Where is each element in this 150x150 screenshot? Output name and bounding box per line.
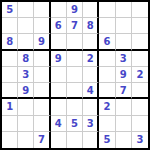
cell-r9c5[interactable]	[67, 132, 83, 148]
cell-r4c5[interactable]	[67, 51, 83, 67]
cell-r7c9[interactable]	[132, 99, 148, 115]
cell-r3c3[interactable]: 9	[34, 34, 50, 50]
cell-r5c8[interactable]: 9	[116, 67, 132, 83]
cell-r5c4[interactable]	[51, 67, 67, 83]
cell-r2c2[interactable]	[18, 18, 34, 34]
cell-r3c7[interactable]: 6	[99, 34, 115, 50]
cell-r7c3[interactable]	[34, 99, 50, 115]
cell-r9c1[interactable]	[2, 132, 18, 148]
cell-r6c1[interactable]	[2, 83, 18, 99]
cell-r9c2[interactable]	[18, 132, 34, 148]
cell-r5c3[interactable]	[34, 67, 50, 83]
cell-r5c6[interactable]	[83, 67, 99, 83]
cell-r8c7[interactable]	[99, 116, 115, 132]
cell-r2c8[interactable]	[116, 18, 132, 34]
cell-r9c7[interactable]: 5	[99, 132, 115, 148]
cell-r5c7[interactable]	[99, 67, 115, 83]
cell-r8c3[interactable]	[34, 116, 50, 132]
cell-r3c2[interactable]	[18, 34, 34, 50]
cell-r2c1[interactable]	[2, 18, 18, 34]
cell-r1c1[interactable]: 5	[2, 2, 18, 18]
cell-r1c2[interactable]	[18, 2, 34, 18]
cell-r7c4[interactable]	[51, 99, 67, 115]
cell-r8c6[interactable]: 3	[83, 116, 99, 132]
cell-r6c3[interactable]	[34, 83, 50, 99]
cell-r1c7[interactable]	[99, 2, 115, 18]
cell-r3c6[interactable]	[83, 34, 99, 50]
cell-r4c1[interactable]	[2, 51, 18, 67]
cell-r9c4[interactable]	[51, 132, 67, 148]
cell-r9c8[interactable]	[116, 132, 132, 148]
cell-r1c5[interactable]: 9	[67, 2, 83, 18]
cell-r1c8[interactable]	[116, 2, 132, 18]
cell-r4c9[interactable]	[132, 51, 148, 67]
cell-r4c6[interactable]: 2	[83, 51, 99, 67]
cell-r5c9[interactable]: 2	[132, 67, 148, 83]
cell-r8c5[interactable]: 5	[67, 116, 83, 132]
cell-r4c4[interactable]: 9	[51, 51, 67, 67]
cell-r3c8[interactable]	[116, 34, 132, 50]
cell-r6c7[interactable]	[99, 83, 115, 99]
cell-r3c4[interactable]	[51, 34, 67, 50]
cell-r8c8[interactable]	[116, 116, 132, 132]
cell-r4c3[interactable]	[34, 51, 50, 67]
cell-r2c6[interactable]: 8	[83, 18, 99, 34]
cell-r8c2[interactable]	[18, 116, 34, 132]
cell-r3c5[interactable]	[67, 34, 83, 50]
cell-r7c5[interactable]	[67, 99, 83, 115]
cell-r9c6[interactable]	[83, 132, 99, 148]
cell-r1c3[interactable]	[34, 2, 50, 18]
cell-r2c9[interactable]	[132, 18, 148, 34]
cell-r6c8[interactable]: 7	[116, 83, 132, 99]
cell-r5c2[interactable]: 3	[18, 67, 34, 83]
cell-r1c9[interactable]	[132, 2, 148, 18]
cell-r6c4[interactable]	[51, 83, 67, 99]
cell-r2c7[interactable]	[99, 18, 115, 34]
cell-r3c1[interactable]: 8	[2, 34, 18, 50]
cell-r7c7[interactable]: 2	[99, 99, 115, 115]
cell-r3c9[interactable]	[132, 34, 148, 50]
cell-r2c4[interactable]: 6	[51, 18, 67, 34]
cell-r8c4[interactable]: 4	[51, 116, 67, 132]
cell-r4c8[interactable]: 3	[116, 51, 132, 67]
cell-r6c2[interactable]: 9	[18, 83, 34, 99]
sudoku-board: 59678896892339294712453753	[0, 0, 150, 150]
cell-r4c2[interactable]: 8	[18, 51, 34, 67]
cell-r6c9[interactable]	[132, 83, 148, 99]
cell-r9c3[interactable]: 7	[34, 132, 50, 148]
cell-r9c9[interactable]: 3	[132, 132, 148, 148]
cell-r7c8[interactable]	[116, 99, 132, 115]
cell-r7c1[interactable]: 1	[2, 99, 18, 115]
cell-r4c7[interactable]	[99, 51, 115, 67]
cell-r5c5[interactable]	[67, 67, 83, 83]
cell-r8c9[interactable]	[132, 116, 148, 132]
cell-r8c1[interactable]	[2, 116, 18, 132]
cell-r1c6[interactable]	[83, 2, 99, 18]
cell-r2c3[interactable]	[34, 18, 50, 34]
cell-r1c4[interactable]	[51, 2, 67, 18]
cell-r7c6[interactable]	[83, 99, 99, 115]
cell-r6c5[interactable]	[67, 83, 83, 99]
cell-r7c2[interactable]	[18, 99, 34, 115]
cell-r2c5[interactable]: 7	[67, 18, 83, 34]
cell-r6c6[interactable]: 4	[83, 83, 99, 99]
cell-r5c1[interactable]	[2, 67, 18, 83]
